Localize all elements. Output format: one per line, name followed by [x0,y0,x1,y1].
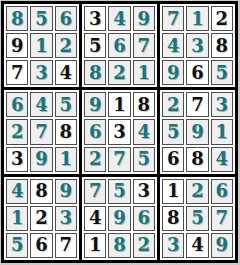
cell-r2c5[interactable]: 6 [108,33,130,58]
cell-r2c7[interactable]: 4 [162,33,184,58]
box-1: 856912734 [4,4,79,87]
cell-r9c4: 1 [84,233,106,258]
cell-r8c7: 8 [162,206,184,231]
cell-r4c8: 7 [186,92,208,117]
cell-r1c2[interactable]: 5 [30,6,52,31]
box-5: 918634275 [82,90,157,173]
cell-r3c4[interactable]: 8 [84,60,106,85]
sudoku-board: 8569127343495678217124389656452783919186… [1,1,238,263]
cell-r3c9[interactable]: 5 [211,60,233,85]
cell-r3c2[interactable]: 3 [30,60,52,85]
cell-r1c3[interactable]: 6 [55,6,77,31]
cell-r3c6[interactable]: 1 [133,60,155,85]
cell-r2c1: 9 [6,33,28,58]
cell-r5c4[interactable]: 6 [84,119,106,144]
cell-r7c8[interactable]: 2 [186,179,208,204]
cell-r4c2[interactable]: 4 [30,92,52,117]
cell-r6c5[interactable]: 7 [108,147,130,172]
cell-r9c7[interactable]: 3 [162,233,184,258]
cell-r7c9[interactable]: 6 [211,179,233,204]
cell-r5c5: 3 [108,119,130,144]
cell-r1c5[interactable]: 4 [108,6,130,31]
cell-r6c9[interactable]: 4 [211,147,233,172]
cell-r5c2[interactable]: 7 [30,119,52,144]
cell-r2c6[interactable]: 7 [133,33,155,58]
cell-r4c9[interactable]: 3 [211,92,233,117]
cell-r4c4[interactable]: 9 [84,92,106,117]
cell-r1c9: 2 [211,6,233,31]
cell-r9c5[interactable]: 8 [108,233,130,258]
cell-r4c5: 1 [108,92,130,117]
cell-r8c9[interactable]: 7 [211,206,233,231]
cell-r7c2: 8 [30,179,52,204]
cell-r5c7[interactable]: 5 [162,119,184,144]
cell-r7c4[interactable]: 7 [84,179,106,204]
cell-r6c8: 8 [186,147,208,172]
cell-r9c1[interactable]: 5 [6,233,28,258]
cell-r4c3[interactable]: 5 [55,92,77,117]
cell-r2c8[interactable]: 3 [186,33,208,58]
cell-r3c7[interactable]: 9 [162,60,184,85]
cell-r8c5[interactable]: 9 [108,206,130,231]
cell-r8c4: 4 [84,206,106,231]
cell-r7c5[interactable]: 5 [108,179,130,204]
cell-r6c1: 3 [6,147,28,172]
box-2: 349567821 [82,4,157,87]
cell-r2c3[interactable]: 2 [55,33,77,58]
cell-r1c4: 3 [84,6,106,31]
cell-r6c4[interactable]: 2 [84,147,106,172]
cell-r9c9[interactable]: 9 [211,233,233,258]
box-8: 753496182 [82,177,157,260]
cell-r7c1[interactable]: 4 [6,179,28,204]
box-9: 126857349 [160,177,235,260]
cell-r3c8: 6 [186,60,208,85]
cell-r7c6: 3 [133,179,155,204]
cell-r1c7[interactable]: 7 [162,6,184,31]
cell-r9c8: 4 [186,233,208,258]
cell-r5c3: 8 [55,119,77,144]
cell-r9c2: 6 [30,233,52,258]
cell-r6c7: 6 [162,147,184,172]
cell-r6c2[interactable]: 9 [30,147,52,172]
cell-r5c1[interactable]: 2 [6,119,28,144]
cell-r7c7: 1 [162,179,184,204]
cell-r4c6: 8 [133,92,155,117]
cell-r2c9: 8 [211,33,233,58]
cell-r1c1[interactable]: 8 [6,6,28,31]
cell-r8c2: 2 [30,206,52,231]
cell-r5c6[interactable]: 4 [133,119,155,144]
cell-r4c1[interactable]: 6 [6,92,28,117]
cell-r3c5[interactable]: 2 [108,60,130,85]
cell-r7c3[interactable]: 9 [55,179,77,204]
cell-r8c3[interactable]: 3 [55,206,77,231]
cell-r3c3: 4 [55,60,77,85]
cell-r2c4: 5 [84,33,106,58]
cell-r6c3[interactable]: 1 [55,147,77,172]
cell-r8c1[interactable]: 1 [6,206,28,231]
cell-r1c8[interactable]: 1 [186,6,208,31]
cell-r2c2[interactable]: 1 [30,33,52,58]
cell-r9c3: 7 [55,233,77,258]
cell-r9c6[interactable]: 2 [133,233,155,258]
box-3: 712438965 [160,4,235,87]
cell-r8c6[interactable]: 6 [133,206,155,231]
cell-r3c1: 7 [6,60,28,85]
cell-r5c8[interactable]: 9 [186,119,208,144]
box-4: 645278391 [4,90,79,173]
cell-r4c7[interactable]: 2 [162,92,184,117]
cell-r1c6[interactable]: 9 [133,6,155,31]
cell-r8c8[interactable]: 5 [186,206,208,231]
box-6: 273591684 [160,90,235,173]
cell-r6c6[interactable]: 5 [133,147,155,172]
box-7: 489123567 [4,177,79,260]
cell-r5c9[interactable]: 1 [211,119,233,144]
